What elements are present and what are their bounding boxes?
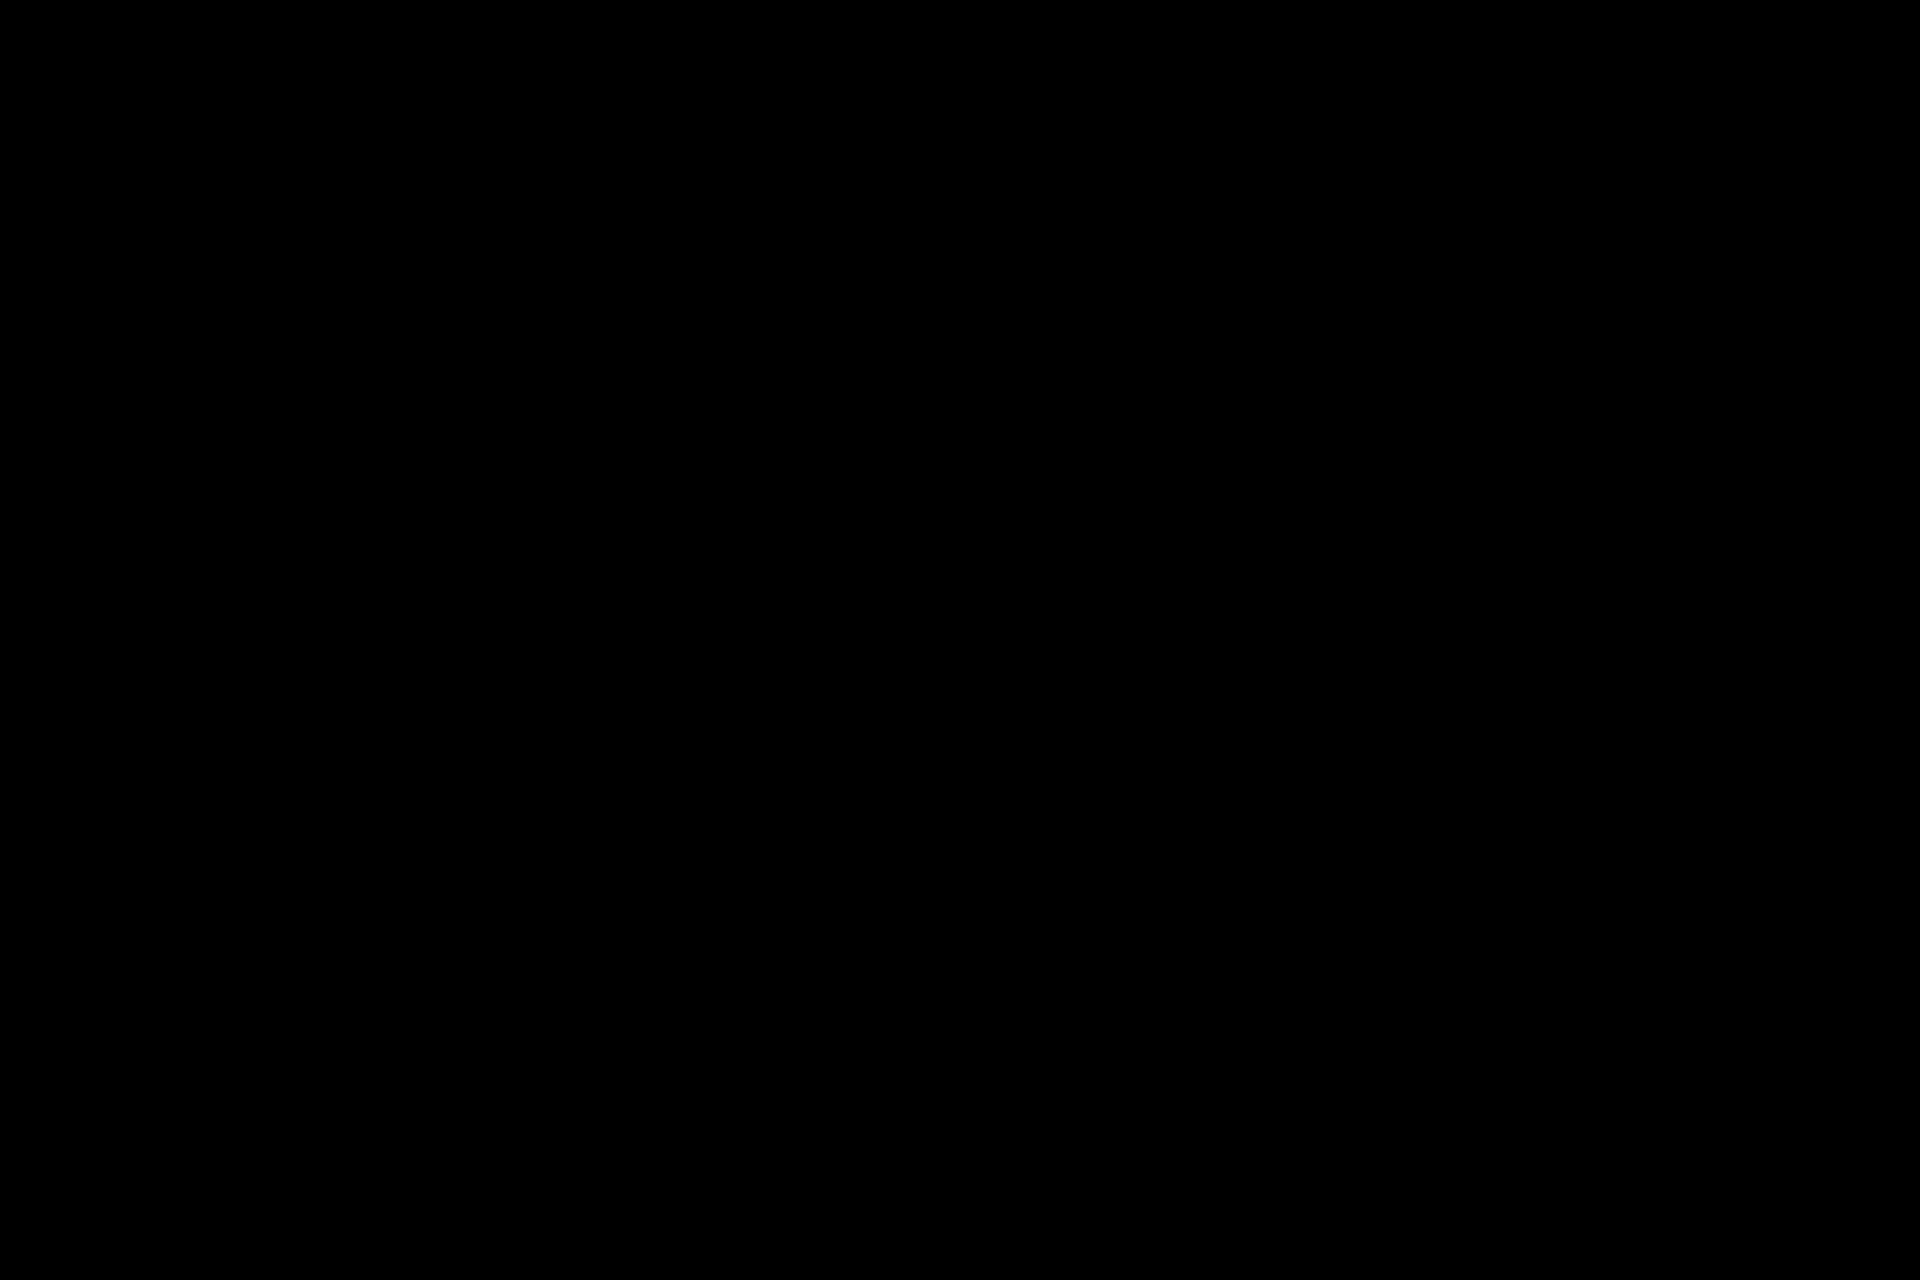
photo-stage (0, 0, 1920, 1280)
chess-board (0, 0, 1920, 1280)
